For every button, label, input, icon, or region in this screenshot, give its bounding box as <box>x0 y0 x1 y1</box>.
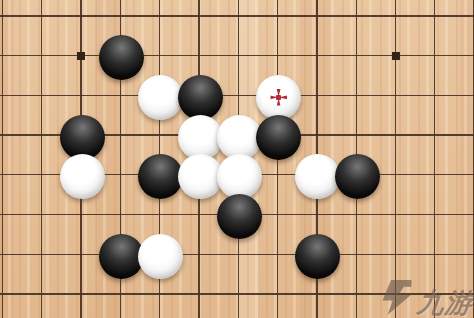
black-stone <box>60 115 105 160</box>
star-point <box>392 52 400 60</box>
grid-line-vertical <box>41 0 42 318</box>
grid-line-horizontal <box>0 254 474 255</box>
grid-line-vertical <box>395 0 396 318</box>
black-stone <box>335 154 380 199</box>
black-stone <box>138 154 183 199</box>
white-stone <box>295 154 340 199</box>
star-point <box>77 52 85 60</box>
black-stone <box>178 75 223 120</box>
white-stone <box>178 154 223 199</box>
black-stone <box>295 234 340 279</box>
white-stone <box>138 234 183 279</box>
grid-line-horizontal <box>0 15 474 16</box>
grid-line-vertical <box>434 0 435 318</box>
last-move-marker-icon <box>270 89 287 106</box>
grid-line-horizontal <box>0 55 474 56</box>
white-stone <box>138 75 183 120</box>
grid-line-horizontal <box>0 95 474 96</box>
grid-line-vertical <box>2 0 3 318</box>
white-stone <box>217 154 262 199</box>
white-stone <box>60 154 105 199</box>
black-stone <box>99 35 144 80</box>
white-stone <box>178 115 223 160</box>
black-stone <box>256 115 301 160</box>
white-stone <box>217 115 262 160</box>
black-stone <box>99 234 144 279</box>
black-stone <box>217 194 262 239</box>
grid-line-horizontal <box>0 293 474 294</box>
go-board-screenshot: 九游 <box>0 0 474 318</box>
white-stone <box>256 75 301 120</box>
go-board[interactable] <box>0 0 474 318</box>
